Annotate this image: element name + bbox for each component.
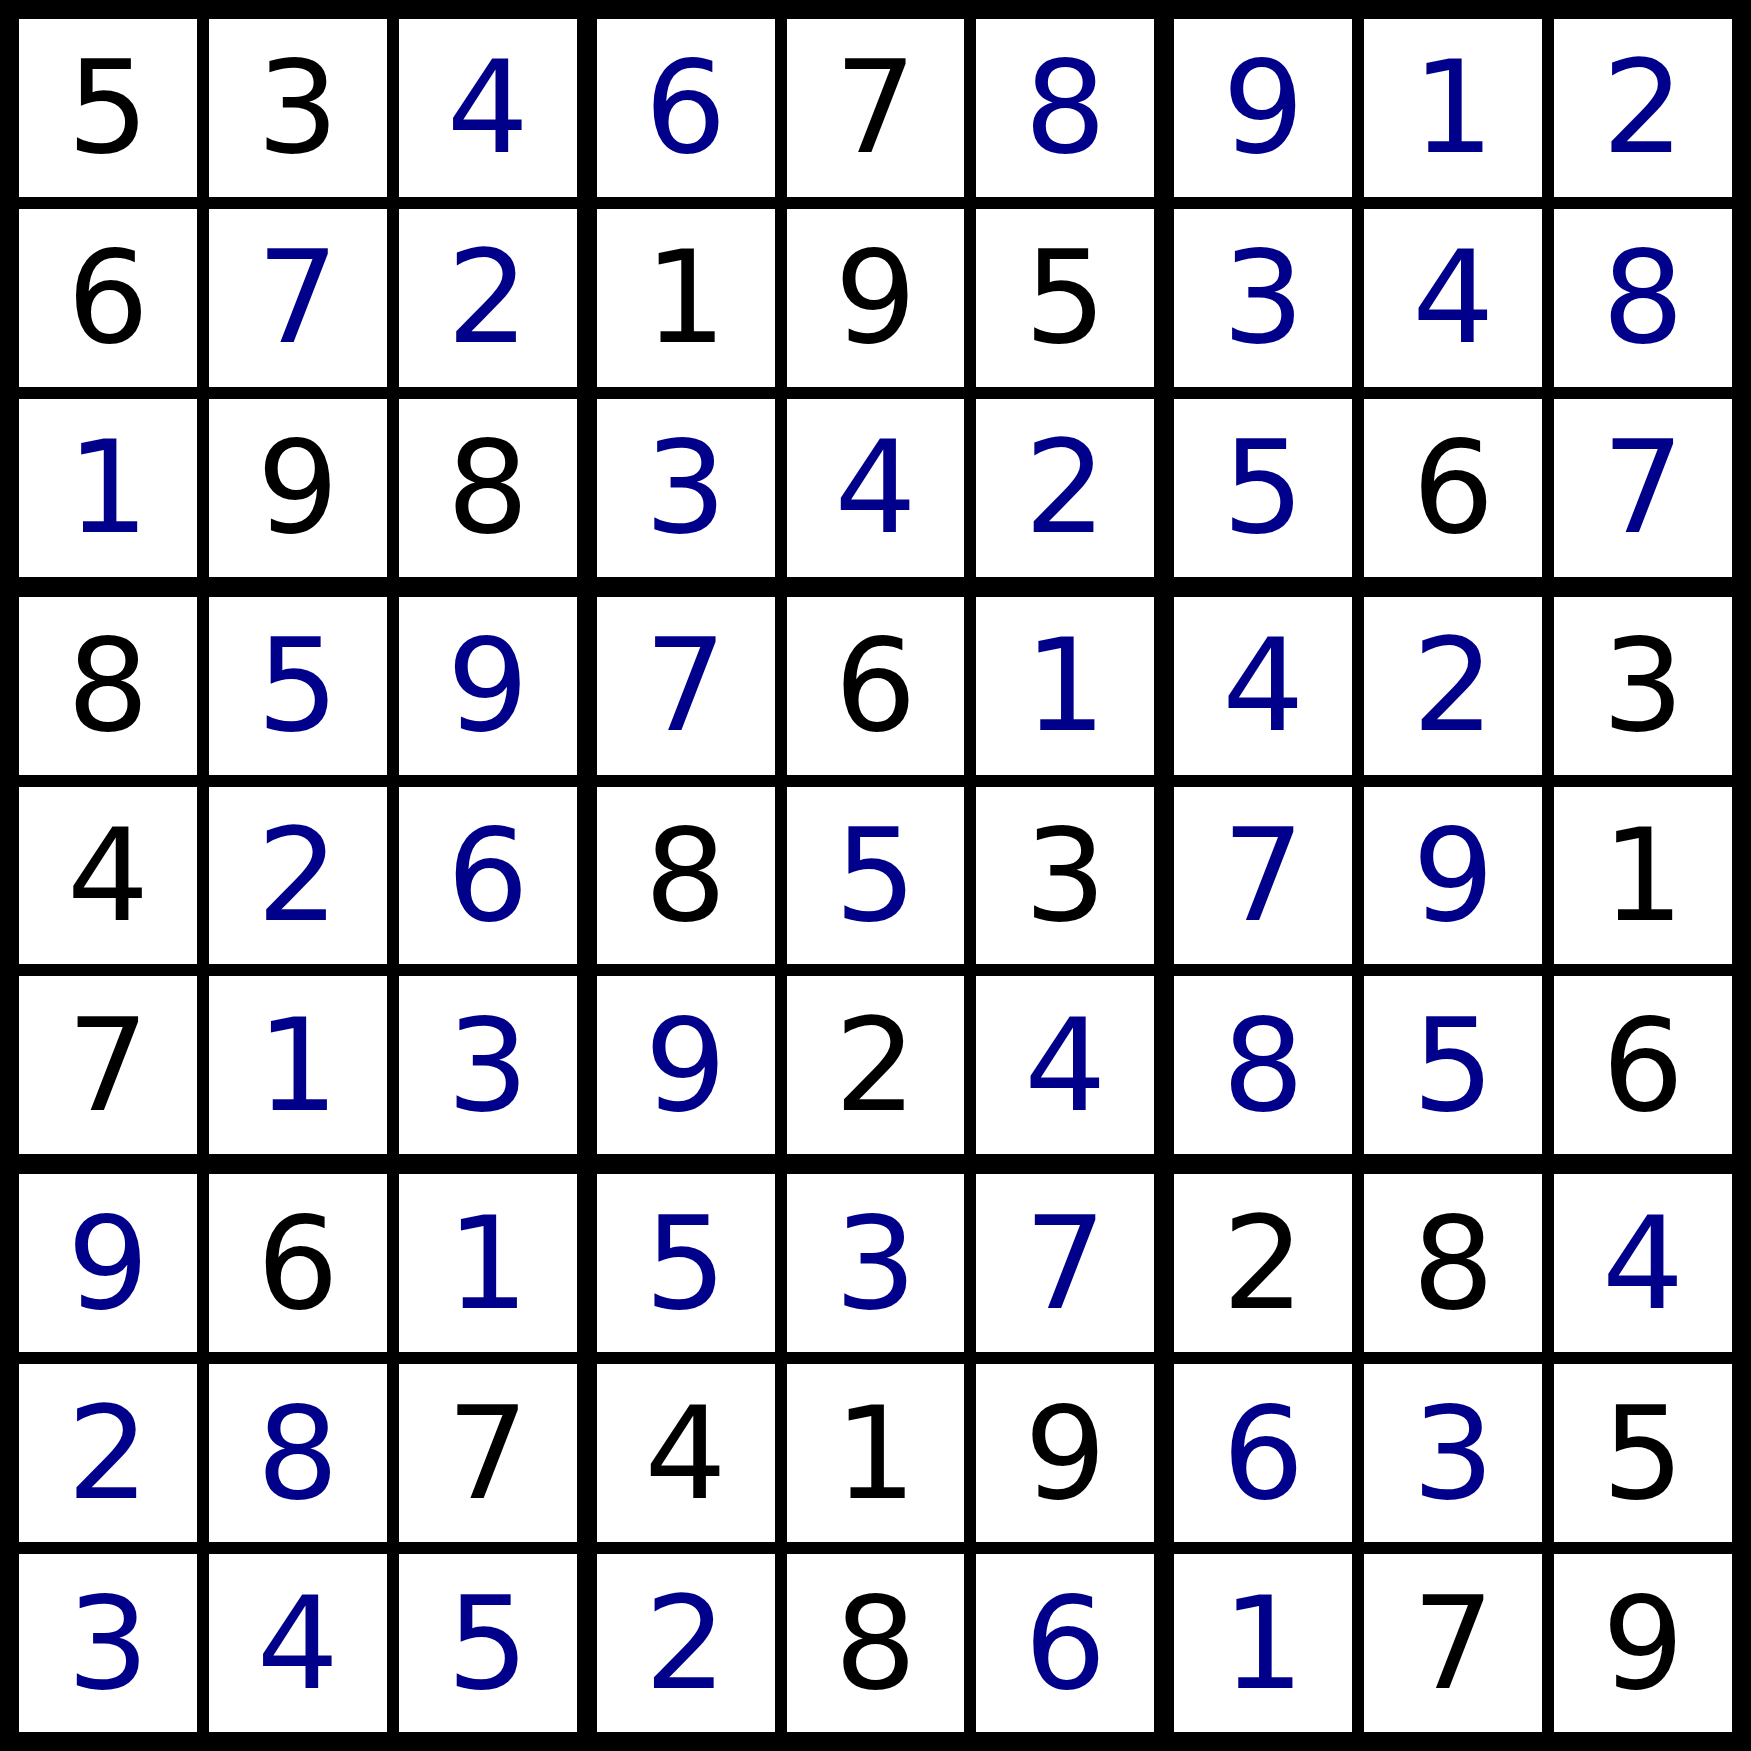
cell-r4c3[interactable]: 9 [399,597,577,775]
cell-r6c7[interactable]: 8 [1174,976,1352,1154]
cell-r1c8[interactable]: 1 [1364,19,1542,197]
cell-r2c6[interactable]: 5 [976,209,1154,387]
box-5: 761853924 [597,597,1155,1155]
cell-r1c9[interactable]: 2 [1554,19,1732,197]
cell-r4c5[interactable]: 6 [787,597,965,775]
cell-r3c8[interactable]: 6 [1364,399,1542,577]
box-2: 678195342 [597,19,1155,577]
cell-r3c6[interactable]: 2 [976,399,1154,577]
cell-r8c2[interactable]: 8 [209,1364,387,1542]
cell-r2c2[interactable]: 7 [209,209,387,387]
cell-r4c6[interactable]: 1 [976,597,1154,775]
cell-r5c4[interactable]: 8 [597,787,775,965]
cell-r6c6[interactable]: 4 [976,976,1154,1154]
cell-r5c7[interactable]: 7 [1174,787,1352,965]
cell-r3c5[interactable]: 4 [787,399,965,577]
cell-r6c5[interactable]: 2 [787,976,965,1154]
cell-r8c3[interactable]: 7 [399,1364,577,1542]
cell-r7c1[interactable]: 9 [19,1174,197,1352]
cell-r7c8[interactable]: 8 [1364,1174,1542,1352]
cell-r6c1[interactable]: 7 [19,976,197,1154]
cell-r2c1[interactable]: 6 [19,209,197,387]
cell-r9c2[interactable]: 4 [209,1554,387,1732]
box-1: 534672198 [19,19,577,577]
cell-r1c2[interactable]: 3 [209,19,387,197]
cell-r6c9[interactable]: 6 [1554,976,1732,1154]
cell-r1c7[interactable]: 9 [1174,19,1352,197]
cell-r4c9[interactable]: 3 [1554,597,1732,775]
cell-r7c3[interactable]: 1 [399,1174,577,1352]
cell-r4c1[interactable]: 8 [19,597,197,775]
cell-r6c4[interactable]: 9 [597,976,775,1154]
cell-r2c9[interactable]: 8 [1554,209,1732,387]
cell-r9c8[interactable]: 7 [1364,1554,1542,1732]
box-6: 423791856 [1174,597,1732,1155]
cell-r1c1[interactable]: 5 [19,19,197,197]
cell-r6c8[interactable]: 5 [1364,976,1542,1154]
cell-r2c4[interactable]: 1 [597,209,775,387]
cell-r1c5[interactable]: 7 [787,19,965,197]
cell-r5c2[interactable]: 2 [209,787,387,965]
cell-r5c5[interactable]: 5 [787,787,965,965]
cell-r4c2[interactable]: 5 [209,597,387,775]
cell-r3c2[interactable]: 9 [209,399,387,577]
cell-r8c5[interactable]: 1 [787,1364,965,1542]
cell-r2c3[interactable]: 2 [399,209,577,387]
cell-r9c7[interactable]: 1 [1174,1554,1352,1732]
cell-r7c7[interactable]: 2 [1174,1174,1352,1352]
cell-r3c7[interactable]: 5 [1174,399,1352,577]
cell-r3c3[interactable]: 8 [399,399,577,577]
sudoku-board: 534672198 678195342 912348567 859426713 … [0,0,1751,1751]
cell-r8c9[interactable]: 5 [1554,1364,1732,1542]
cell-r5c9[interactable]: 1 [1554,787,1732,965]
cell-r5c3[interactable]: 6 [399,787,577,965]
cell-r7c6[interactable]: 7 [976,1174,1154,1352]
cell-r6c3[interactable]: 3 [399,976,577,1154]
box-3: 912348567 [1174,19,1732,577]
cell-r7c9[interactable]: 4 [1554,1174,1732,1352]
cell-r7c5[interactable]: 3 [787,1174,965,1352]
cell-r5c6[interactable]: 3 [976,787,1154,965]
cell-r6c2[interactable]: 1 [209,976,387,1154]
cell-r1c6[interactable]: 8 [976,19,1154,197]
cell-r8c8[interactable]: 3 [1364,1364,1542,1542]
cell-r7c4[interactable]: 5 [597,1174,775,1352]
cell-r3c4[interactable]: 3 [597,399,775,577]
cell-r3c9[interactable]: 7 [1554,399,1732,577]
cell-r7c2[interactable]: 6 [209,1174,387,1352]
box-4: 859426713 [19,597,577,1155]
cell-r9c4[interactable]: 2 [597,1554,775,1732]
cell-r8c4[interactable]: 4 [597,1364,775,1542]
cell-r1c3[interactable]: 4 [399,19,577,197]
box-7: 961287345 [19,1174,577,1732]
cell-r9c5[interactable]: 8 [787,1554,965,1732]
cell-r3c1[interactable]: 1 [19,399,197,577]
cell-r4c7[interactable]: 4 [1174,597,1352,775]
cell-r9c1[interactable]: 3 [19,1554,197,1732]
cell-r4c4[interactable]: 7 [597,597,775,775]
cell-r5c8[interactable]: 9 [1364,787,1542,965]
cell-r4c8[interactable]: 2 [1364,597,1542,775]
cell-r8c7[interactable]: 6 [1174,1364,1352,1542]
box-8: 537419286 [597,1174,1155,1732]
cell-r8c1[interactable]: 2 [19,1364,197,1542]
cell-r9c3[interactable]: 5 [399,1554,577,1732]
cell-r5c1[interactable]: 4 [19,787,197,965]
cell-r9c9[interactable]: 9 [1554,1554,1732,1732]
cell-r9c6[interactable]: 6 [976,1554,1154,1732]
cell-r2c8[interactable]: 4 [1364,209,1542,387]
cell-r1c4[interactable]: 6 [597,19,775,197]
cell-r2c7[interactable]: 3 [1174,209,1352,387]
cell-r8c6[interactable]: 9 [976,1364,1154,1542]
box-9: 284635179 [1174,1174,1732,1732]
cell-r2c5[interactable]: 9 [787,209,965,387]
